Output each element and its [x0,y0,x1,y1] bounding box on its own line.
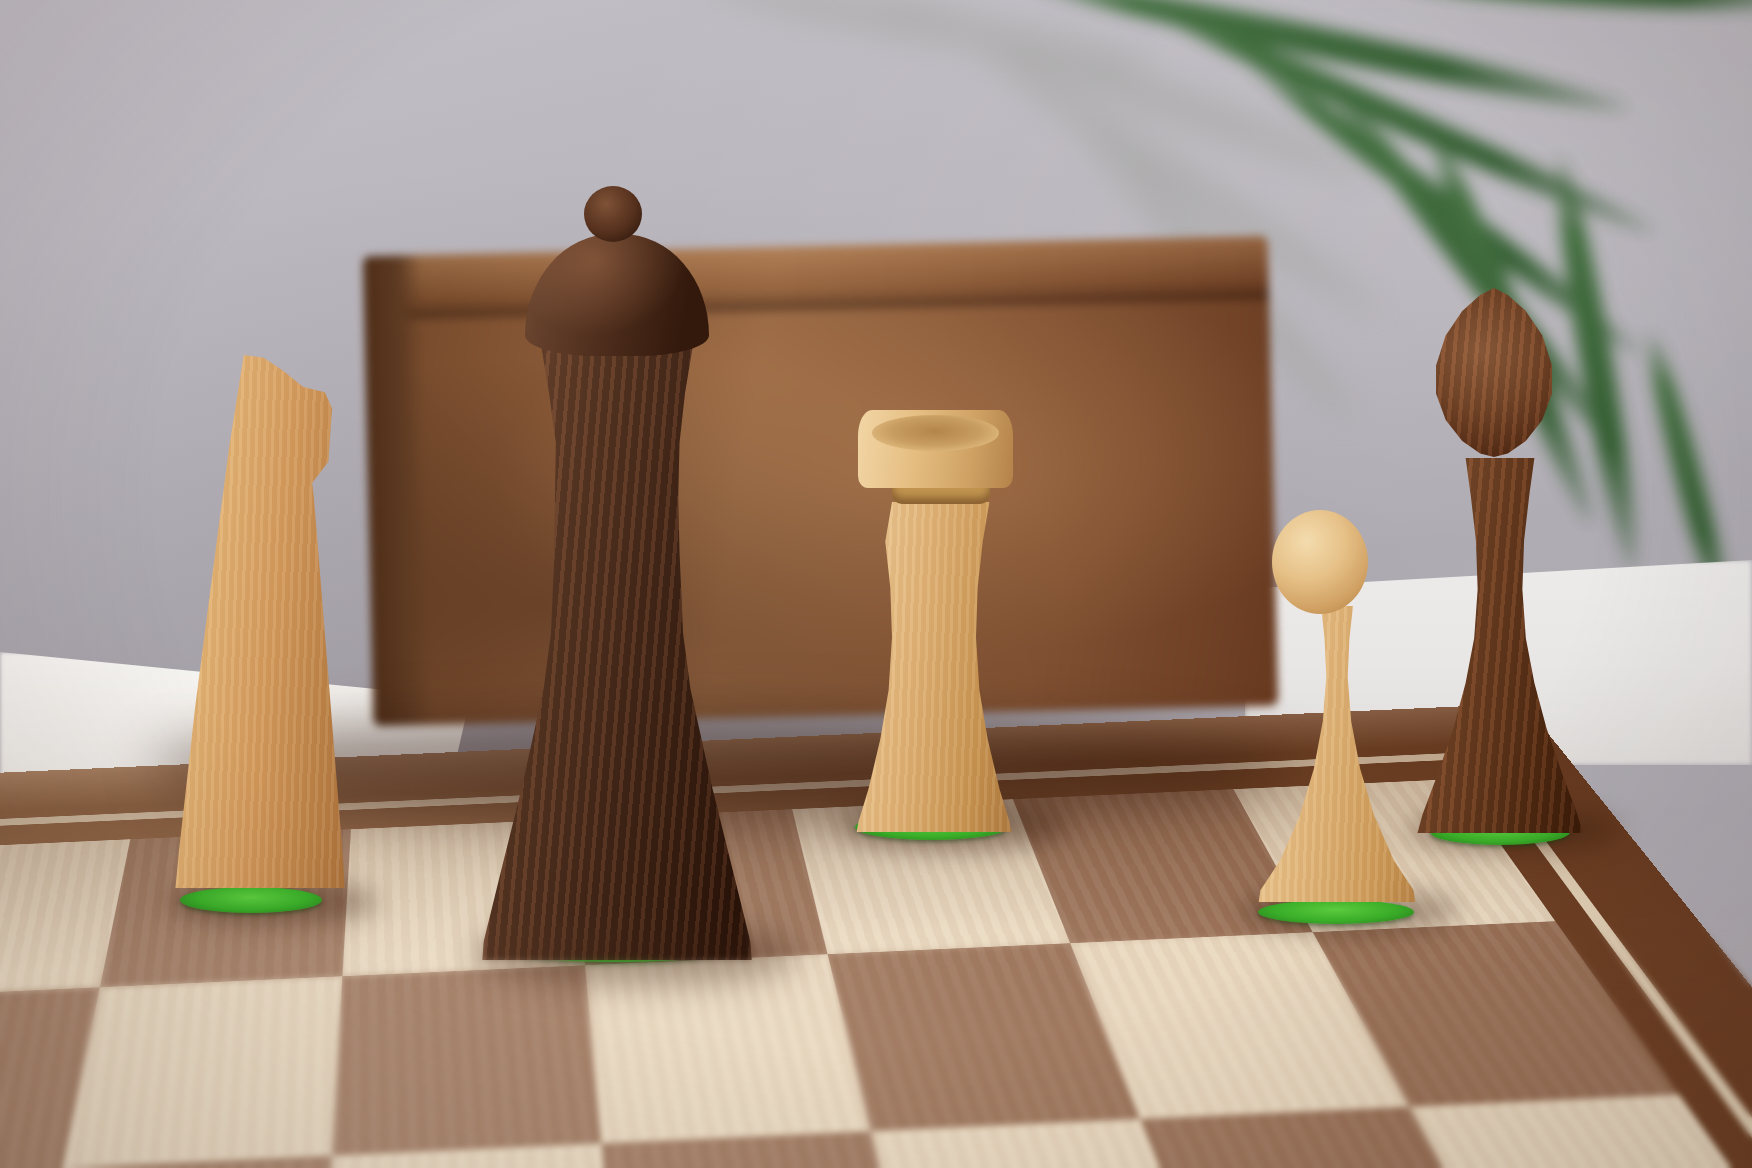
chess-photo-scene [0,0,1752,1168]
rook-body [850,502,1018,832]
king-dome [525,234,709,356]
knight-body [170,355,350,888]
rook-cup-top [858,410,1013,488]
wooden-box-left-side [363,255,432,726]
rook-collar [892,486,990,504]
bishop-body [1414,458,1586,833]
depth-of-field-blur [0,918,1752,1168]
white-rook [850,410,1018,840]
white-knight [170,355,350,910]
palm-leaf [1379,0,1752,16]
black-king [481,186,753,974]
white-pawn [1248,508,1426,920]
king-body [481,344,753,960]
pawn-ball-head [1272,510,1368,614]
black-bishop [1414,288,1586,848]
pawn-body [1248,606,1426,902]
knight-felt-base [180,887,322,913]
king-ball-finial [584,186,642,242]
bishop-teardrop-finial [1425,288,1563,464]
